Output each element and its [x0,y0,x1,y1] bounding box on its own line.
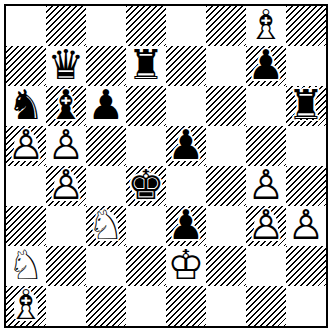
white-king-e2[interactable]: ♔ [166,245,206,285]
square-c4[interactable] [86,166,126,206]
square-f3[interactable] [206,206,246,246]
square-e1[interactable] [166,286,206,326]
white-pawn-h3[interactable]: ♙ [286,205,326,245]
square-g2[interactable] [246,246,286,286]
black-pawn-g7[interactable]: ♟ [246,45,286,85]
square-e8[interactable] [166,6,206,46]
square-d7[interactable]: ♜ [126,46,166,86]
square-b8[interactable] [46,6,86,46]
square-h7[interactable] [286,46,326,86]
square-e6[interactable] [166,86,206,126]
square-d4[interactable]: ♚ [126,166,166,206]
square-h4[interactable] [286,166,326,206]
white-bishop-g8[interactable]: ♗ [246,5,286,45]
square-a5[interactable]: ♙ [6,126,46,166]
square-h6[interactable]: ♜ [286,86,326,126]
square-c8[interactable] [86,6,126,46]
square-b7[interactable]: ♛ [46,46,86,86]
square-a7[interactable] [6,46,46,86]
white-pawn-g4[interactable]: ♙ [246,165,286,205]
black-rook-h6[interactable]: ♜ [286,85,326,125]
black-bishop-b6[interactable]: ♝ [46,85,86,125]
black-pawn-e3[interactable]: ♟ [166,205,206,245]
square-f5[interactable] [206,126,246,166]
square-f4[interactable] [206,166,246,206]
square-d3[interactable] [126,206,166,246]
black-pawn-c6[interactable]: ♟ [86,85,126,125]
square-b3[interactable] [46,206,86,246]
square-c2[interactable] [86,246,126,286]
square-h8[interactable] [286,6,326,46]
square-b6[interactable]: ♝ [46,86,86,126]
square-b1[interactable] [46,286,86,326]
square-f7[interactable] [206,46,246,86]
square-e5[interactable]: ♟ [166,126,206,166]
square-c1[interactable] [86,286,126,326]
square-c5[interactable] [86,126,126,166]
square-b4[interactable]: ♙ [46,166,86,206]
black-pawn-e5[interactable]: ♟ [166,125,206,165]
white-pawn-b4[interactable]: ♙ [46,165,86,205]
square-a2[interactable]: ♘ [6,246,46,286]
white-pawn-b5[interactable]: ♙ [46,125,86,165]
square-g8[interactable]: ♗ [246,6,286,46]
square-g6[interactable] [246,86,286,126]
black-king-d4[interactable]: ♚ [126,165,166,205]
square-h1[interactable] [286,286,326,326]
square-a3[interactable] [6,206,46,246]
square-e4[interactable] [166,166,206,206]
square-f8[interactable] [206,6,246,46]
white-pawn-g3[interactable]: ♙ [246,205,286,245]
square-a8[interactable] [6,6,46,46]
square-e7[interactable] [166,46,206,86]
square-g7[interactable]: ♟ [246,46,286,86]
square-g5[interactable] [246,126,286,166]
square-h2[interactable] [286,246,326,286]
square-f2[interactable] [206,246,246,286]
square-c6[interactable]: ♟ [86,86,126,126]
black-queen-b7[interactable]: ♛ [46,45,86,85]
square-b5[interactable]: ♙ [46,126,86,166]
white-knight-a2[interactable]: ♘ [6,245,46,285]
white-bishop-a1[interactable]: ♗ [6,285,46,325]
white-knight-c3[interactable]: ♘ [86,205,126,245]
square-d5[interactable] [126,126,166,166]
chess-board: ♗♛♜♟♞♝♟♜♙♙♟♙♚♙♘♟♙♙♘♔♗ [4,4,328,328]
square-a4[interactable] [6,166,46,206]
white-pawn-a5[interactable]: ♙ [6,125,46,165]
square-d6[interactable] [126,86,166,126]
square-b2[interactable] [46,246,86,286]
square-e3[interactable]: ♟ [166,206,206,246]
square-a6[interactable]: ♞ [6,86,46,126]
square-h5[interactable] [286,126,326,166]
black-rook-d7[interactable]: ♜ [126,45,166,85]
diagram-page: ♗♛♜♟♞♝♟♜♙♙♟♙♚♙♘♟♙♙♘♔♗ [0,0,332,332]
square-d8[interactable] [126,6,166,46]
square-f1[interactable] [206,286,246,326]
square-d2[interactable] [126,246,166,286]
square-g3[interactable]: ♙ [246,206,286,246]
black-knight-a6[interactable]: ♞ [6,85,46,125]
square-f6[interactable] [206,86,246,126]
square-e2[interactable]: ♔ [166,246,206,286]
square-g1[interactable] [246,286,286,326]
square-d1[interactable] [126,286,166,326]
square-g4[interactable]: ♙ [246,166,286,206]
square-c7[interactable] [86,46,126,86]
square-h3[interactable]: ♙ [286,206,326,246]
square-c3[interactable]: ♘ [86,206,126,246]
square-a1[interactable]: ♗ [6,286,46,326]
